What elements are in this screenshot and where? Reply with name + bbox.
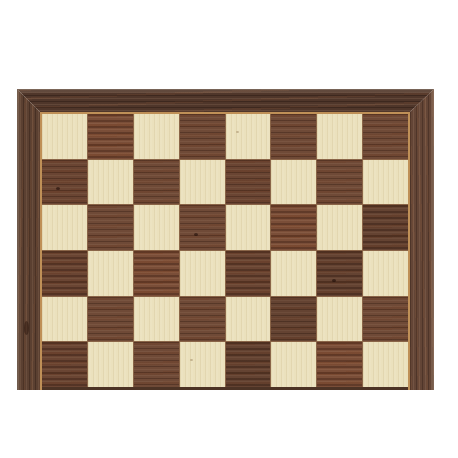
board-frame-right-rail bbox=[410, 89, 434, 390]
square-e3[interactable] bbox=[226, 342, 271, 387]
square-a3[interactable] bbox=[42, 342, 87, 387]
square-g6[interactable] bbox=[317, 205, 362, 250]
chess-board bbox=[17, 89, 434, 390]
square-e6[interactable] bbox=[226, 205, 271, 250]
square-c4[interactable] bbox=[134, 297, 179, 342]
square-c7[interactable] bbox=[134, 160, 179, 205]
square-g8[interactable] bbox=[317, 114, 362, 159]
square-e8[interactable] bbox=[226, 114, 271, 159]
square-b6[interactable] bbox=[88, 205, 133, 250]
square-g5[interactable] bbox=[317, 251, 362, 296]
square-g4[interactable] bbox=[317, 297, 362, 342]
square-c5[interactable] bbox=[134, 251, 179, 296]
square-d8[interactable] bbox=[180, 114, 225, 159]
square-e4[interactable] bbox=[226, 297, 271, 342]
square-h6[interactable] bbox=[363, 205, 408, 250]
board-frame-top-rail bbox=[17, 89, 434, 112]
square-g3[interactable] bbox=[317, 342, 362, 387]
maple-fillet-inlay bbox=[40, 112, 410, 390]
square-d3[interactable] bbox=[180, 342, 225, 387]
square-h5[interactable] bbox=[363, 251, 408, 296]
square-d7[interactable] bbox=[180, 160, 225, 205]
square-e5[interactable] bbox=[226, 251, 271, 296]
square-d5[interactable] bbox=[180, 251, 225, 296]
square-a6[interactable] bbox=[42, 205, 87, 250]
square-f4[interactable] bbox=[271, 297, 316, 342]
square-c6[interactable] bbox=[134, 205, 179, 250]
square-f3[interactable] bbox=[271, 342, 316, 387]
square-b4[interactable] bbox=[88, 297, 133, 342]
square-b7[interactable] bbox=[88, 160, 133, 205]
square-h7[interactable] bbox=[363, 160, 408, 205]
square-d6[interactable] bbox=[180, 205, 225, 250]
square-f6[interactable] bbox=[271, 205, 316, 250]
square-h3[interactable] bbox=[363, 342, 408, 387]
square-e7[interactable] bbox=[226, 160, 271, 205]
square-b3[interactable] bbox=[88, 342, 133, 387]
board-squares-grid bbox=[42, 114, 408, 390]
square-d4[interactable] bbox=[180, 297, 225, 342]
square-a4[interactable] bbox=[42, 297, 87, 342]
square-f5[interactable] bbox=[271, 251, 316, 296]
board-frame-left-rail bbox=[17, 89, 40, 390]
square-h4[interactable] bbox=[363, 297, 408, 342]
product-photo bbox=[0, 0, 458, 458]
square-h8[interactable] bbox=[363, 114, 408, 159]
square-a5[interactable] bbox=[42, 251, 87, 296]
square-b5[interactable] bbox=[88, 251, 133, 296]
square-c8[interactable] bbox=[134, 114, 179, 159]
square-b8[interactable] bbox=[88, 114, 133, 159]
square-g7[interactable] bbox=[317, 160, 362, 205]
square-f8[interactable] bbox=[271, 114, 316, 159]
square-c3[interactable] bbox=[134, 342, 179, 387]
square-a8[interactable] bbox=[42, 114, 87, 159]
square-f7[interactable] bbox=[271, 160, 316, 205]
square-a7[interactable] bbox=[42, 160, 87, 205]
